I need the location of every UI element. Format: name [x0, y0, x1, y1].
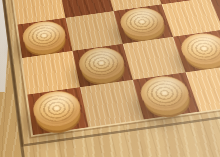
piece-highlight — [138, 74, 193, 113]
checker-piece-a1[interactable]: ⛀ — [31, 88, 83, 129]
piece-highlight — [77, 46, 127, 82]
piece-highlight — [118, 6, 167, 38]
checker-piece-b2[interactable]: ⛀ — [76, 45, 128, 82]
checker-piece-a3[interactable]: ⛀ — [21, 19, 68, 53]
checkers-board-photo: ⛀⛀⛀⛀⛀⛀ — [0, 0, 220, 157]
checker-piece-c1[interactable]: ⛀ — [137, 74, 194, 114]
piece-highlight — [22, 20, 67, 53]
square-a1[interactable]: ⛀ — [27, 87, 88, 135]
checker-piece-c3[interactable]: ⛀ — [117, 5, 168, 39]
checker-piece-d2[interactable]: ⛀ — [177, 31, 220, 68]
board-3d-wrap: ⛀⛀⛀⛀⛀⛀ — [0, 0, 220, 157]
piece-highlight — [178, 32, 220, 67]
piece-highlight — [32, 89, 82, 128]
